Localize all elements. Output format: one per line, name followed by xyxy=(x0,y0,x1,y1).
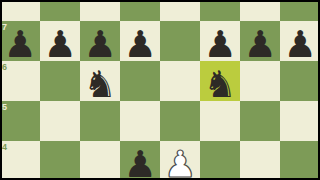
square-f7[interactable]: ♟ xyxy=(200,21,240,61)
square-g6[interactable] xyxy=(240,61,280,101)
square-e8[interactable] xyxy=(160,0,200,21)
square-a5[interactable]: 5 xyxy=(0,101,40,141)
square-f4[interactable] xyxy=(200,141,240,180)
rank-label-5: 5 xyxy=(2,102,7,112)
square-a8[interactable]: 8 xyxy=(0,0,40,21)
square-h7[interactable]: ♟ xyxy=(280,21,320,61)
black-pawn[interactable]: ♟ xyxy=(120,21,160,61)
rank-label-4: 4 xyxy=(2,142,7,152)
square-g5[interactable] xyxy=(240,101,280,141)
square-b5[interactable] xyxy=(40,101,80,141)
square-h5[interactable] xyxy=(280,101,320,141)
square-d6[interactable] xyxy=(120,61,160,101)
square-g8[interactable] xyxy=(240,0,280,21)
square-a7[interactable]: 7♟ xyxy=(0,21,40,61)
square-d8[interactable] xyxy=(120,0,160,21)
black-pawn[interactable]: ♟ xyxy=(240,21,280,61)
square-d4[interactable]: ♟ xyxy=(120,141,160,180)
board-viewport: 87♟♟♟♟♟♟♟6♞♞54♟♟3♟♞21 xyxy=(0,0,320,180)
letterbox-left xyxy=(0,0,2,180)
black-knight[interactable]: ♞ xyxy=(80,61,120,101)
chess-board: 87♟♟♟♟♟♟♟6♞♞54♟♟3♟♞21 xyxy=(0,0,320,180)
square-f8[interactable] xyxy=(200,0,240,21)
black-pawn[interactable]: ♟ xyxy=(280,21,320,61)
black-knight[interactable]: ♞ xyxy=(200,61,240,101)
square-b4[interactable] xyxy=(40,141,80,180)
white-pawn[interactable]: ♟ xyxy=(160,141,200,180)
square-d5[interactable] xyxy=(120,101,160,141)
square-a6[interactable]: 6 xyxy=(0,61,40,101)
black-pawn[interactable]: ♟ xyxy=(40,21,80,61)
square-e6[interactable] xyxy=(160,61,200,101)
square-a4[interactable]: 4 xyxy=(0,141,40,180)
letterbox-top xyxy=(0,0,320,2)
square-f6[interactable]: ♞ xyxy=(200,61,240,101)
rank-label-6: 6 xyxy=(2,62,7,72)
square-b8[interactable] xyxy=(40,0,80,21)
square-b7[interactable]: ♟ xyxy=(40,21,80,61)
square-h6[interactable] xyxy=(280,61,320,101)
square-b6[interactable] xyxy=(40,61,80,101)
square-g4[interactable] xyxy=(240,141,280,180)
square-c8[interactable] xyxy=(80,0,120,21)
square-g7[interactable]: ♟ xyxy=(240,21,280,61)
square-c4[interactable] xyxy=(80,141,120,180)
square-c5[interactable] xyxy=(80,101,120,141)
square-c6[interactable]: ♞ xyxy=(80,61,120,101)
square-e4[interactable]: ♟ xyxy=(160,141,200,180)
square-f5[interactable] xyxy=(200,101,240,141)
square-e7[interactable] xyxy=(160,21,200,61)
square-d7[interactable]: ♟ xyxy=(120,21,160,61)
letterbox-bottom xyxy=(0,178,320,180)
black-pawn[interactable]: ♟ xyxy=(120,141,160,180)
black-pawn[interactable]: ♟ xyxy=(200,21,240,61)
square-c7[interactable]: ♟ xyxy=(80,21,120,61)
square-h8[interactable] xyxy=(280,0,320,21)
square-e5[interactable] xyxy=(160,101,200,141)
square-h4[interactable] xyxy=(280,141,320,180)
black-pawn[interactable]: ♟ xyxy=(80,21,120,61)
black-pawn[interactable]: ♟ xyxy=(0,21,40,61)
